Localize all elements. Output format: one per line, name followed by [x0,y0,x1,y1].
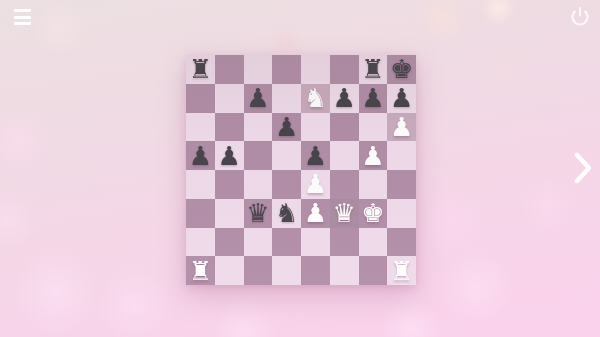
square-h3[interactable] [387,199,416,228]
square-d7[interactable] [272,84,301,113]
square-g4[interactable] [359,170,388,199]
piece-black-pawn[interactable]: ♟ [361,85,384,111]
square-g3[interactable]: ♚ [359,199,388,228]
piece-black-pawn[interactable]: ♟ [275,114,298,140]
square-b6[interactable] [215,113,244,142]
square-a4[interactable] [186,170,215,199]
square-f6[interactable] [330,113,359,142]
square-a3[interactable] [186,199,215,228]
piece-black-knight[interactable]: ♞ [275,200,298,226]
next-puzzle-button[interactable] [572,150,596,186]
piece-white-king[interactable]: ♚ [361,200,384,226]
square-g8[interactable]: ♜ [359,55,388,84]
piece-white-pawn[interactable]: ♟ [304,200,327,226]
square-b3[interactable] [215,199,244,228]
square-b7[interactable] [215,84,244,113]
piece-white-pawn[interactable]: ♟ [304,171,327,197]
square-h7[interactable]: ♟ [387,84,416,113]
square-a1[interactable]: ♜ [186,256,215,285]
piece-black-queen[interactable]: ♛ [246,200,269,226]
square-g2[interactable] [359,228,388,257]
square-g7[interactable]: ♟ [359,84,388,113]
square-e2[interactable] [301,228,330,257]
chevron-right-icon [572,150,596,186]
square-c3[interactable]: ♛ [244,199,273,228]
square-d2[interactable] [272,228,301,257]
square-f7[interactable]: ♟ [330,84,359,113]
square-a6[interactable] [186,113,215,142]
square-f3[interactable]: ♛ [330,199,359,228]
square-a2[interactable] [186,228,215,257]
square-b4[interactable] [215,170,244,199]
piece-black-pawn[interactable]: ♟ [332,85,355,111]
piece-white-knight[interactable]: ♞ [304,85,327,111]
square-a7[interactable] [186,84,215,113]
square-e6[interactable] [301,113,330,142]
square-e1[interactable] [301,256,330,285]
square-c6[interactable] [244,113,273,142]
piece-white-queen[interactable]: ♛ [332,200,355,226]
square-f5[interactable] [330,141,359,170]
power-icon [568,4,592,28]
square-c2[interactable] [244,228,273,257]
piece-black-pawn[interactable]: ♟ [246,85,269,111]
square-b1[interactable] [215,256,244,285]
piece-white-rook[interactable]: ♜ [189,258,212,284]
piece-black-pawn[interactable]: ♟ [217,143,240,169]
square-h8[interactable]: ♚ [387,55,416,84]
square-d6[interactable]: ♟ [272,113,301,142]
square-f4[interactable] [330,170,359,199]
square-e8[interactable] [301,55,330,84]
piece-white-rook[interactable]: ♜ [390,258,413,284]
square-d4[interactable] [272,170,301,199]
square-a5[interactable]: ♟ [186,141,215,170]
square-b8[interactable] [215,55,244,84]
piece-black-rook[interactable]: ♜ [189,56,212,82]
piece-black-king[interactable]: ♚ [390,56,413,82]
square-c1[interactable] [244,256,273,285]
square-d3[interactable]: ♞ [272,199,301,228]
chess-board[interactable]: ♜♜♚♟♞♟♟♟♟♟♟♟♟♟♟♛♞♟♛♚♜♜ [186,55,416,285]
square-h2[interactable] [387,228,416,257]
piece-white-pawn[interactable]: ♟ [390,114,413,140]
piece-black-pawn[interactable]: ♟ [304,143,327,169]
square-h5[interactable] [387,141,416,170]
square-e4[interactable]: ♟ [301,170,330,199]
piece-black-pawn[interactable]: ♟ [390,85,413,111]
power-button[interactable] [568,4,592,28]
piece-white-pawn[interactable]: ♟ [361,143,384,169]
square-a8[interactable]: ♜ [186,55,215,84]
square-h4[interactable] [387,170,416,199]
square-d8[interactable] [272,55,301,84]
square-e5[interactable]: ♟ [301,141,330,170]
piece-black-pawn[interactable]: ♟ [189,143,212,169]
square-f8[interactable] [330,55,359,84]
hamburger-icon [14,16,31,19]
square-g1[interactable] [359,256,388,285]
hamburger-icon [14,9,31,12]
menu-button[interactable] [14,9,31,25]
square-g5[interactable]: ♟ [359,141,388,170]
square-c4[interactable] [244,170,273,199]
square-b2[interactable] [215,228,244,257]
square-c8[interactable] [244,55,273,84]
square-c7[interactable]: ♟ [244,84,273,113]
square-b5[interactable]: ♟ [215,141,244,170]
square-f2[interactable] [330,228,359,257]
square-e3[interactable]: ♟ [301,199,330,228]
square-d5[interactable] [272,141,301,170]
square-e7[interactable]: ♞ [301,84,330,113]
hamburger-icon [14,22,31,25]
square-h6[interactable]: ♟ [387,113,416,142]
square-g6[interactable] [359,113,388,142]
piece-black-rook[interactable]: ♜ [361,56,384,82]
square-d1[interactable] [272,256,301,285]
square-c5[interactable] [244,141,273,170]
square-f1[interactable] [330,256,359,285]
square-h1[interactable]: ♜ [387,256,416,285]
zen-chess-app: ♜♜♚♟♞♟♟♟♟♟♟♟♟♟♟♛♞♟♛♚♜♜ [0,0,600,337]
